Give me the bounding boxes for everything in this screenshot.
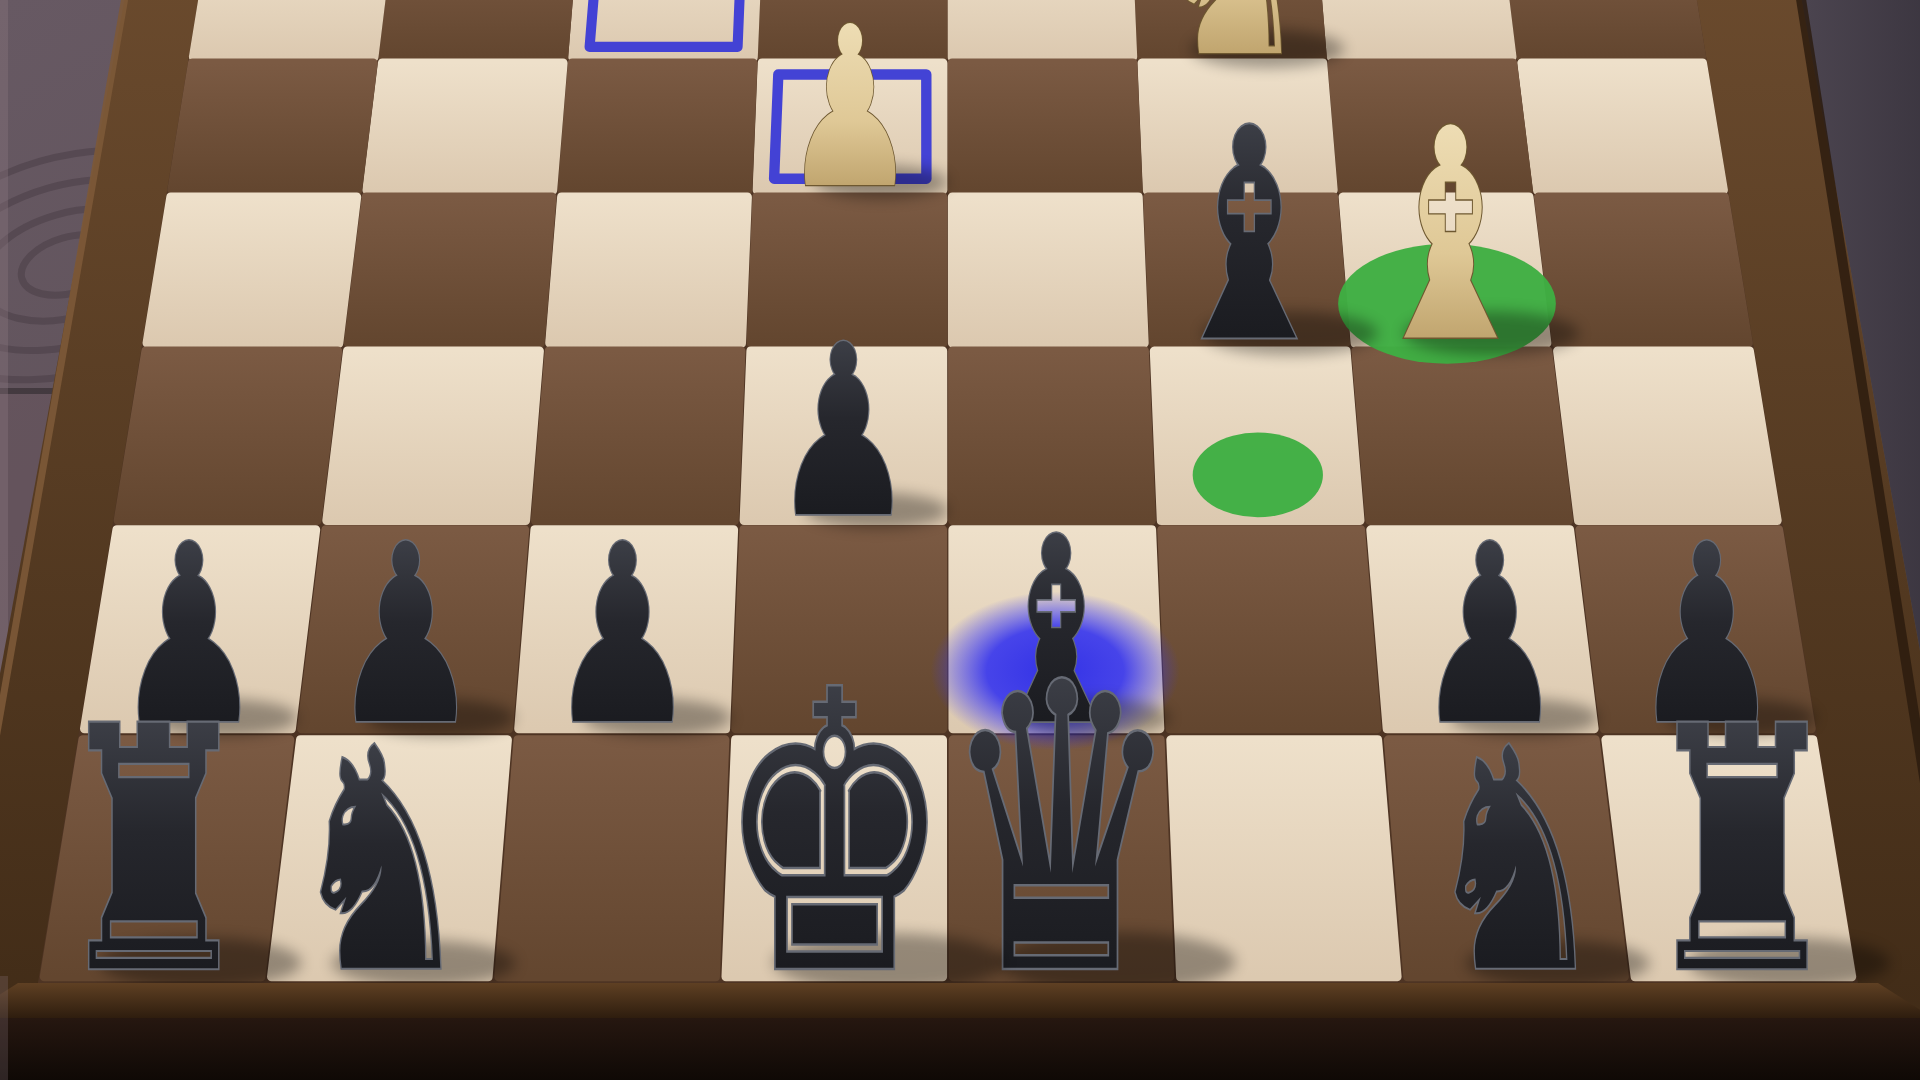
square-a3[interactable] — [1507, 0, 1701, 57]
piece-glyph: ♝ — [1362, 66, 1540, 406]
square-c7[interactable] — [1162, 530, 1377, 729]
square-f5[interactable] — [550, 197, 748, 343]
square-a4[interactable] — [1522, 63, 1724, 190]
square-f4[interactable] — [562, 63, 753, 190]
piece-glyph: ♝ — [1160, 66, 1338, 406]
square-g4[interactable] — [367, 63, 563, 190]
square-d3[interactable] — [952, 0, 1133, 57]
board-front-edge — [0, 976, 1920, 1080]
chess-app-screen: ♞♟♝♝♟♝♟♟♟♟♟♜♞♛♚♞♜ — [0, 0, 1920, 1080]
piece-glyph: ♟ — [547, 492, 698, 780]
square-c8[interactable] — [1171, 740, 1397, 977]
square-h4[interactable] — [172, 63, 373, 190]
piece-glyph: ♟ — [771, 294, 915, 570]
square-h5[interactable] — [147, 197, 357, 343]
square-h3[interactable] — [193, 0, 387, 57]
square-a5[interactable] — [1539, 197, 1749, 343]
square-d5[interactable] — [952, 197, 1144, 343]
square-b3[interactable] — [1322, 0, 1512, 57]
legal-move-dot-c6[interactable] — [1193, 433, 1323, 518]
piece-glyph: ♟ — [782, 0, 917, 238]
square-d4[interactable] — [952, 63, 1138, 190]
square-g3[interactable] — [383, 0, 573, 57]
square-g5[interactable] — [348, 197, 552, 343]
chess-scene: ♞♟♝♝♟♝♟♟♟♟♟♜♞♛♚♞♜ — [0, 0, 1920, 1080]
